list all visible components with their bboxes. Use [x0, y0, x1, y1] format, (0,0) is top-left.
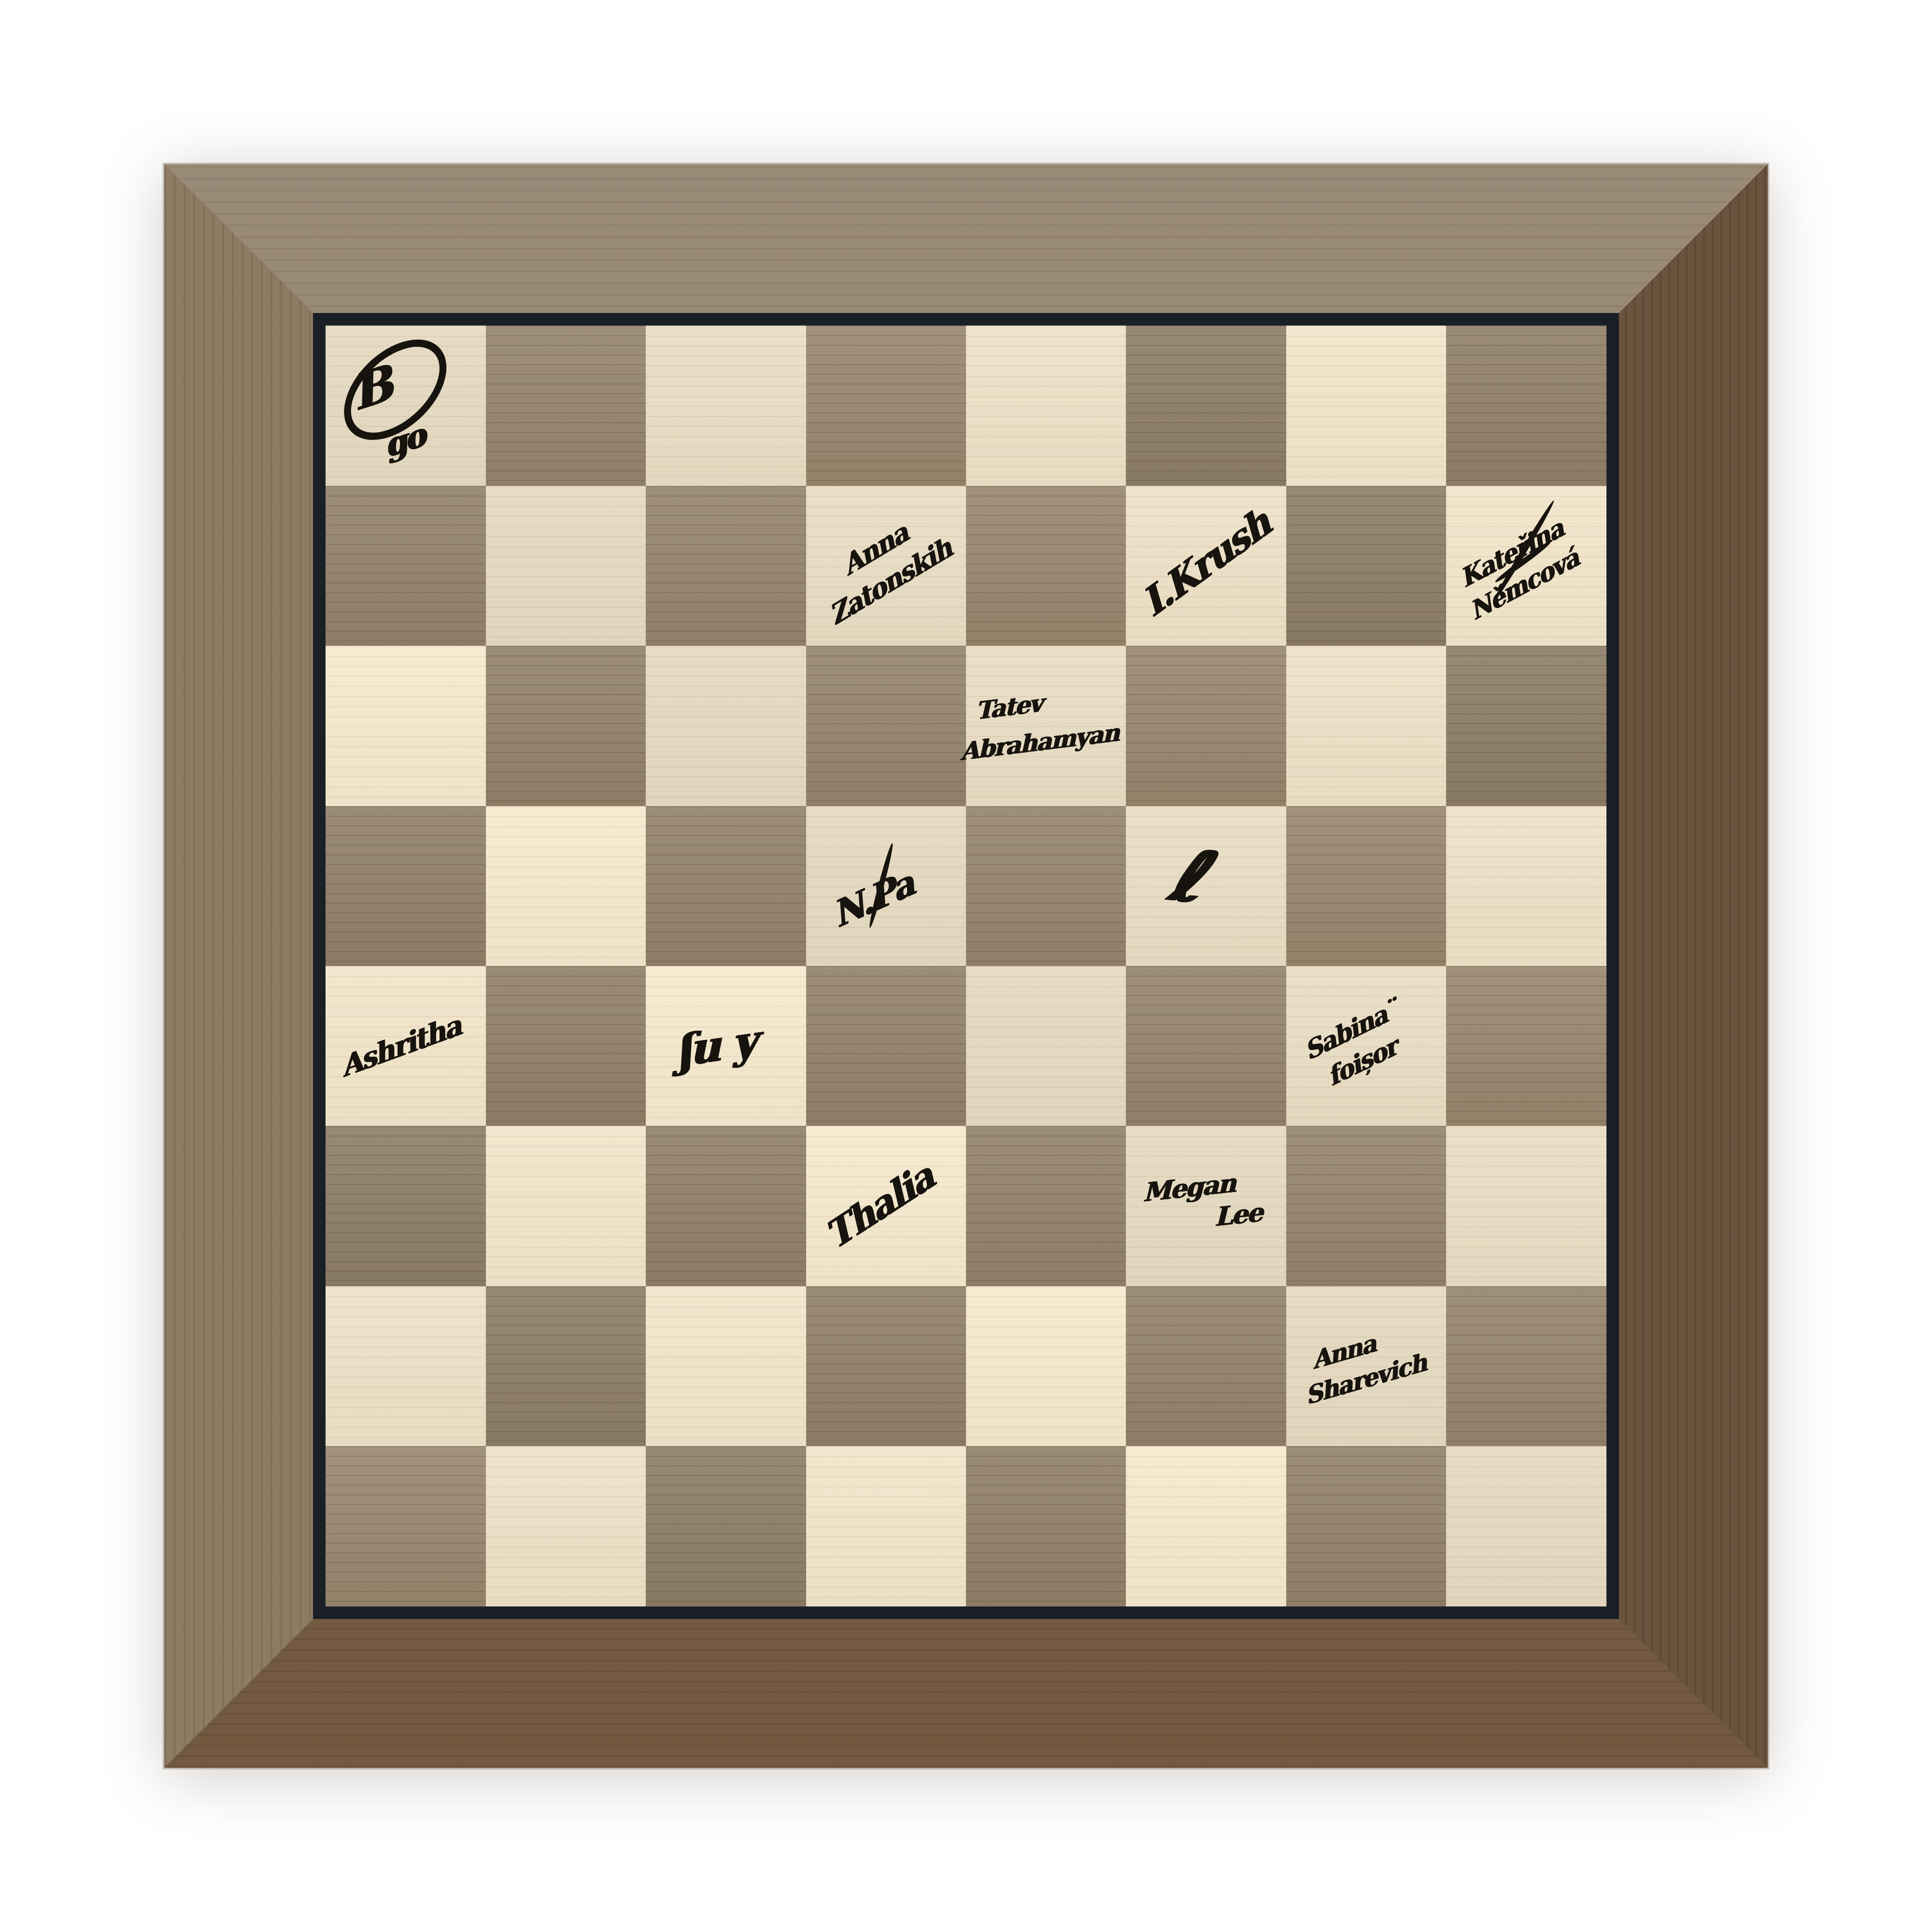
square-g3[interactable]	[1286, 1126, 1446, 1286]
square-c8[interactable]	[646, 326, 806, 485]
square-e3[interactable]	[966, 1126, 1126, 1286]
black-inlay-border: BgoAnnaZatonskihI.KrushKateřinaNěmcováTa…	[313, 313, 1619, 1619]
square-h5[interactable]	[1446, 806, 1606, 966]
square-h7[interactable]	[1446, 486, 1606, 646]
square-g7[interactable]	[1286, 486, 1446, 646]
square-c2[interactable]	[646, 1286, 806, 1446]
square-e7[interactable]	[966, 486, 1126, 646]
square-g5[interactable]	[1286, 806, 1446, 966]
square-e2[interactable]	[966, 1286, 1126, 1446]
square-b5[interactable]	[486, 806, 646, 966]
square-b4[interactable]	[486, 966, 646, 1126]
square-b7[interactable]	[486, 486, 646, 646]
square-b2[interactable]	[486, 1286, 646, 1446]
square-d3[interactable]	[806, 1126, 966, 1286]
chessboard: BgoAnnaZatonskihI.KrushKateřinaNěmcováTa…	[164, 164, 1768, 1768]
square-a2[interactable]	[326, 1286, 485, 1446]
square-a8[interactable]	[326, 326, 485, 485]
square-g1[interactable]	[1286, 1446, 1446, 1606]
square-c6[interactable]	[646, 646, 806, 806]
square-d8[interactable]	[806, 326, 966, 485]
square-g4[interactable]	[1286, 966, 1446, 1126]
square-h6[interactable]	[1446, 646, 1606, 806]
square-f2[interactable]	[1126, 1286, 1286, 1446]
square-g6[interactable]	[1286, 646, 1446, 806]
square-b1[interactable]	[486, 1446, 646, 1606]
square-f8[interactable]	[1126, 326, 1286, 485]
square-d6[interactable]	[806, 646, 966, 806]
square-f5[interactable]	[1126, 806, 1286, 966]
board	[326, 326, 1606, 1606]
square-e5[interactable]	[966, 806, 1126, 966]
square-c4[interactable]	[646, 966, 806, 1126]
square-h2[interactable]	[1446, 1286, 1606, 1446]
square-e1[interactable]	[966, 1446, 1126, 1606]
square-a6[interactable]	[326, 646, 485, 806]
square-g2[interactable]	[1286, 1286, 1446, 1446]
square-d1[interactable]	[806, 1446, 966, 1606]
square-a4[interactable]	[326, 966, 485, 1126]
square-f3[interactable]	[1126, 1126, 1286, 1286]
playing-area: BgoAnnaZatonskihI.KrushKateřinaNěmcováTa…	[326, 326, 1606, 1606]
square-h4[interactable]	[1446, 966, 1606, 1126]
square-f4[interactable]	[1126, 966, 1286, 1126]
square-a1[interactable]	[326, 1446, 485, 1606]
square-f6[interactable]	[1126, 646, 1286, 806]
square-a5[interactable]	[326, 806, 485, 966]
square-c1[interactable]	[646, 1446, 806, 1606]
square-f1[interactable]	[1126, 1446, 1286, 1606]
square-f7[interactable]	[1126, 486, 1286, 646]
square-b6[interactable]	[486, 646, 646, 806]
square-e8[interactable]	[966, 326, 1126, 485]
square-h3[interactable]	[1446, 1126, 1606, 1286]
square-a3[interactable]	[326, 1126, 485, 1286]
square-c3[interactable]	[646, 1126, 806, 1286]
square-g8[interactable]	[1286, 326, 1446, 485]
square-b3[interactable]	[486, 1126, 646, 1286]
square-h8[interactable]	[1446, 326, 1606, 485]
square-h1[interactable]	[1446, 1446, 1606, 1606]
square-e6[interactable]	[966, 646, 1126, 806]
square-d7[interactable]	[806, 486, 966, 646]
square-d5[interactable]	[806, 806, 966, 966]
square-a7[interactable]	[326, 486, 485, 646]
square-d2[interactable]	[806, 1286, 966, 1446]
square-c5[interactable]	[646, 806, 806, 966]
square-e4[interactable]	[966, 966, 1126, 1126]
square-d4[interactable]	[806, 966, 966, 1126]
square-c7[interactable]	[646, 486, 806, 646]
square-b8[interactable]	[486, 326, 646, 485]
